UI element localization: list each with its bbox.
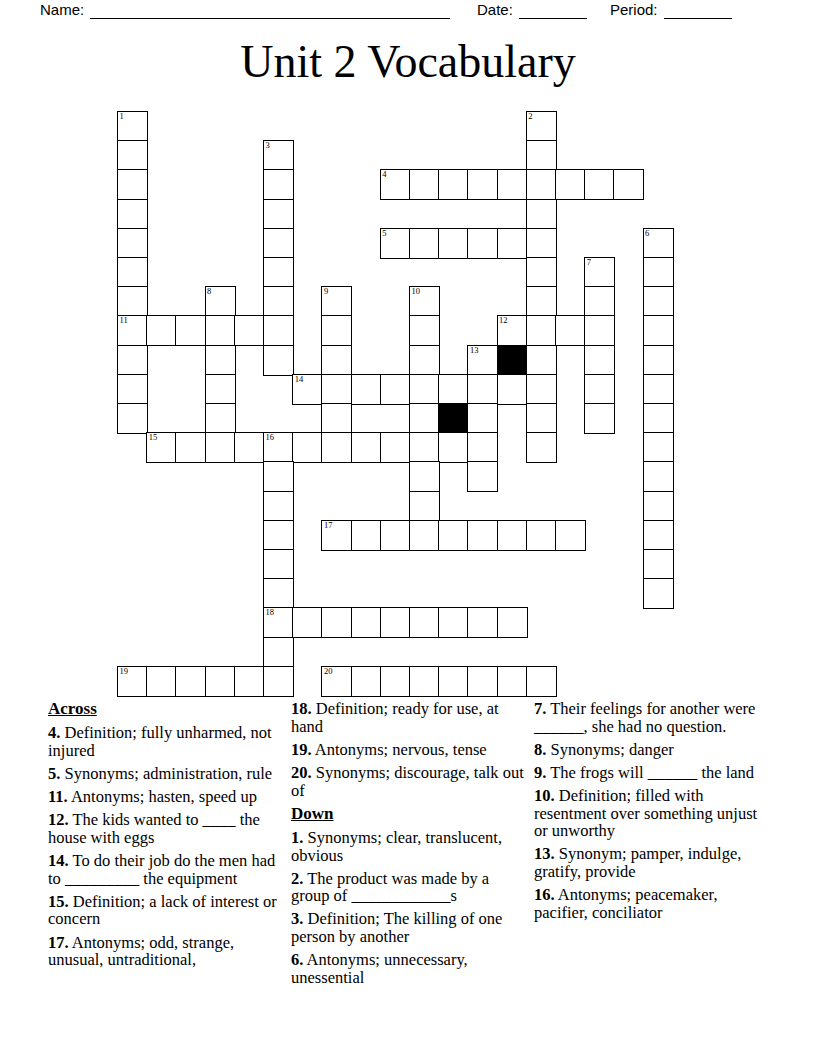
clue-number-label: 14. <box>48 851 69 870</box>
clue-number-label: 19. <box>291 740 312 759</box>
cell-r10c0[interactable] <box>117 403 148 434</box>
cell-r9c13[interactable] <box>497 374 528 405</box>
cell-r6c18[interactable] <box>643 286 674 317</box>
cell-r7c15[interactable] <box>555 315 586 346</box>
clue-number-12: 12 <box>499 316 508 326</box>
clue-number-17: 17 <box>324 521 333 531</box>
cell-r11c7[interactable] <box>321 432 352 463</box>
clue-number-8: 8 <box>207 287 211 297</box>
cell-r16c5[interactable] <box>263 578 294 609</box>
cell-r7c3[interactable] <box>205 315 236 346</box>
cell-r10c18[interactable] <box>643 403 674 434</box>
clue-12: 12. The kids wanted to ____ the house wi… <box>48 811 292 846</box>
cell-r9c16[interactable] <box>584 374 615 405</box>
cell-r15c18[interactable] <box>643 549 674 580</box>
clue-number-label: 10. <box>534 786 555 805</box>
cell-r4c13[interactable] <box>497 228 528 259</box>
cell-r9c10[interactable] <box>409 374 440 405</box>
cell-r3c0[interactable] <box>117 199 148 230</box>
clue-text: The product was made by a group of _____… <box>291 869 489 906</box>
clue-14: 14. To do their job do the men had to __… <box>48 852 292 887</box>
cell-r19c14[interactable] <box>526 666 557 697</box>
clue-number-label: 16. <box>534 885 555 904</box>
cell-r9c7[interactable] <box>321 374 352 405</box>
cell-r9c3[interactable] <box>205 374 236 405</box>
clue-text: Synonyms; discourage, talk out of <box>291 763 524 800</box>
clue-number-label: 1. <box>291 828 303 847</box>
cell-r17c10[interactable] <box>409 607 440 638</box>
clue-text: Synonym; pamper, indulge, gratify, provi… <box>534 844 741 881</box>
cell-r6c5[interactable] <box>263 286 294 317</box>
cell-r12c18[interactable] <box>643 461 674 492</box>
cell-r11c5[interactable]: 16 <box>263 432 294 463</box>
cell-r11c8[interactable] <box>351 432 382 463</box>
cell-r17c7[interactable] <box>321 607 352 638</box>
clue-number-6: 6 <box>645 229 649 239</box>
cell-r2c16[interactable] <box>584 169 615 200</box>
cell-r7c4[interactable] <box>234 315 265 346</box>
cell-r7c18[interactable] <box>643 315 674 346</box>
cell-r8c7[interactable] <box>321 345 352 376</box>
clue-text: Synonyms; administration, rule <box>60 764 272 783</box>
cell-r1c0[interactable] <box>117 140 148 171</box>
cell-r14c18[interactable] <box>643 520 674 551</box>
clue-text: Antonyms; odd, strange, unusual, untradi… <box>48 933 234 970</box>
cell-r8c18[interactable] <box>643 345 674 376</box>
cell-r10c14[interactable] <box>526 403 557 434</box>
cell-r15c5[interactable] <box>263 549 294 580</box>
cell-r6c7[interactable]: 9 <box>321 286 352 317</box>
cell-r13c18[interactable] <box>643 491 674 522</box>
cell-r18c5[interactable] <box>263 637 294 668</box>
clue-number-7: 7 <box>587 258 591 268</box>
clue-2: 2. The product was made by a group of __… <box>291 870 531 905</box>
cell-r14c12[interactable] <box>467 520 498 551</box>
crossword-grid: 1234567891011121314151617181920 <box>117 111 674 697</box>
clue-4: 4. Definition; fully unharmed, not injur… <box>48 724 292 759</box>
cell-r1c14[interactable] <box>526 140 557 171</box>
cell-r19c11[interactable] <box>438 666 469 697</box>
clue-number-10: 10 <box>412 287 421 297</box>
clue-number-2: 2 <box>528 112 532 122</box>
cell-r2c15[interactable] <box>555 169 586 200</box>
cell-r14c9[interactable] <box>380 520 411 551</box>
clue-18: 18. Definition; ready for use, at hand <box>291 700 531 735</box>
cell-r2c9[interactable]: 4 <box>380 169 411 200</box>
clue-17: 17. Antonyms; odd, strange, unusual, unt… <box>48 934 292 969</box>
date-blank-line[interactable] <box>519 3 587 19</box>
clue-number-label: 4. <box>48 723 60 742</box>
cell-r9c11[interactable] <box>438 374 469 405</box>
cell-r9c18[interactable] <box>643 374 674 405</box>
cell-r7c5[interactable] <box>263 315 294 346</box>
clue-number-label: 7. <box>534 699 546 718</box>
cell-r3c14[interactable] <box>526 199 557 230</box>
clue-text: Their feelings for another were ______, … <box>534 699 755 736</box>
cell-r2c11[interactable] <box>438 169 469 200</box>
cell-r19c1[interactable] <box>146 666 177 697</box>
cell-r14c14[interactable] <box>526 520 557 551</box>
cell-r5c18[interactable] <box>643 257 674 288</box>
clue-text: Definition; filled with resentment over … <box>534 786 757 840</box>
cell-r19c12[interactable] <box>467 666 498 697</box>
clue-number-5: 5 <box>382 229 386 239</box>
clue-number-label: 2. <box>291 869 303 888</box>
clue-number-16: 16 <box>266 433 275 443</box>
cell-r4c5[interactable] <box>263 228 294 259</box>
cell-r7c14[interactable] <box>526 315 557 346</box>
clue-column-middle: 18. Definition; ready for use, at hand19… <box>291 700 531 992</box>
cell-r11c18[interactable] <box>643 432 674 463</box>
cell-r7c7[interactable] <box>321 315 352 346</box>
cell-r11c1[interactable]: 15 <box>146 432 177 463</box>
cell-r14c13[interactable] <box>497 520 528 551</box>
clue-number-label: 13. <box>534 844 555 863</box>
clue-column-left: Across4. Definition; fully unharmed, not… <box>48 700 292 974</box>
clue-column-right: 7. Their feelings for another were _____… <box>534 700 772 927</box>
cell-r19c3[interactable] <box>205 666 236 697</box>
clue-number-label: 17. <box>48 933 69 952</box>
date-label: Date: <box>477 1 513 18</box>
clue-number-3: 3 <box>266 141 270 151</box>
cell-r19c2[interactable] <box>175 666 206 697</box>
clue-number-label: 5. <box>48 764 60 783</box>
clue-text: Antonyms; peacemaker, pacifier, concilia… <box>534 885 718 922</box>
cell-r2c5[interactable] <box>263 169 294 200</box>
clue-5: 5. Synonyms; administration, rule <box>48 765 292 783</box>
clue-number-label: 6. <box>291 950 303 969</box>
cell-r6c14[interactable] <box>526 286 557 317</box>
cell-r10c7[interactable] <box>321 403 352 434</box>
cell-r7c1[interactable] <box>146 315 177 346</box>
cell-r14c8[interactable] <box>351 520 382 551</box>
cell-r7c10[interactable] <box>409 315 440 346</box>
cell-r14c11[interactable] <box>438 520 469 551</box>
clue-number-20: 20 <box>324 667 333 677</box>
clue-9: 9. The frogs will ______ the land <box>534 764 772 782</box>
clue-number-15: 15 <box>149 433 158 443</box>
cell-r2c12[interactable] <box>467 169 498 200</box>
cell-r8c3[interactable] <box>205 345 236 376</box>
cell-r12c10[interactable] <box>409 461 440 492</box>
cell-r11c14[interactable] <box>526 432 557 463</box>
cell-r5c14[interactable] <box>526 257 557 288</box>
clue-8: 8. Synonyms; danger <box>534 741 772 759</box>
clue-text: To do their job do the men had to ______… <box>48 851 275 888</box>
clue-number-13: 13 <box>470 346 479 356</box>
cell-r11c12[interactable] <box>467 432 498 463</box>
clue-text: The kids wanted to ____ the house with e… <box>48 810 260 847</box>
clue-19: 19. Antonyms; nervous, tense <box>291 741 531 759</box>
clue-20: 20. Synonyms; discourage, talk out of <box>291 764 531 799</box>
cell-r9c12[interactable] <box>467 374 498 405</box>
cell-r2c17[interactable] <box>613 169 644 200</box>
clue-text: Definition; a lack of interest or concer… <box>48 892 277 929</box>
cell-r1c5[interactable]: 3 <box>263 140 294 171</box>
cell-r19c0[interactable]: 19 <box>117 666 148 697</box>
clues-heading-across: Across <box>48 700 292 718</box>
period-blank-line[interactable] <box>664 3 732 19</box>
cell-r10c3[interactable] <box>205 403 236 434</box>
cell-r4c10[interactable] <box>409 228 440 259</box>
cell-r7c0[interactable]: 11 <box>117 315 148 346</box>
cell-r19c10[interactable] <box>409 666 440 697</box>
clue-15: 15. Definition; a lack of interest or co… <box>48 893 292 928</box>
clue-10: 10. Definition; filled with resentment o… <box>534 787 772 840</box>
cell-r17c8[interactable] <box>351 607 382 638</box>
cell-r5c16[interactable]: 7 <box>584 257 615 288</box>
page-title: Unit 2 Vocabulary <box>0 38 816 86</box>
cell-r8c5[interactable] <box>263 345 294 376</box>
clue-number-18: 18 <box>266 608 275 618</box>
cell-r12c12[interactable] <box>467 461 498 492</box>
name-blank-line[interactable] <box>90 3 450 19</box>
clue-number-9: 9 <box>324 287 328 297</box>
cell-r17c11[interactable] <box>438 607 469 638</box>
clue-number-4: 4 <box>382 170 386 180</box>
cell-r11c4[interactable] <box>234 432 265 463</box>
cell-r7c2[interactable] <box>175 315 206 346</box>
clue-13: 13. Synonym; pamper, indulge, gratify, p… <box>534 845 772 880</box>
cell-r5c5[interactable] <box>263 257 294 288</box>
cell-r10c10[interactable] <box>409 403 440 434</box>
cell-r17c6[interactable] <box>292 607 323 638</box>
clue-number-label: 8. <box>534 740 546 759</box>
period-field: Period: <box>610 1 732 19</box>
clue-number-label: 18. <box>291 699 312 718</box>
cell-r9c8[interactable] <box>351 374 382 405</box>
cell-r19c9[interactable] <box>380 666 411 697</box>
cell-r13c5[interactable] <box>263 491 294 522</box>
clue-11: 11. Antonyms; hasten, speed up <box>48 788 292 806</box>
cell-r17c9[interactable] <box>380 607 411 638</box>
cell-r11c10[interactable] <box>409 432 440 463</box>
cell-r6c10[interactable]: 10 <box>409 286 440 317</box>
cell-r19c5[interactable] <box>263 666 294 697</box>
cell-r11c3[interactable] <box>205 432 236 463</box>
cell-r11c2[interactable] <box>175 432 206 463</box>
clue-number-label: 3. <box>291 909 303 928</box>
name-label: Name: <box>40 1 84 18</box>
clue-text: Synonyms; danger <box>546 740 673 759</box>
cell-r12c5[interactable] <box>263 461 294 492</box>
cell-r10c16[interactable] <box>584 403 615 434</box>
clue-number-1: 1 <box>120 112 124 122</box>
clue-text: Antonyms; nervous, tense <box>312 740 487 759</box>
cell-r19c13[interactable] <box>497 666 528 697</box>
cell-r7c16[interactable] <box>584 315 615 346</box>
cell-r13c10[interactable] <box>409 491 440 522</box>
clue-1: 1. Synonyms; clear, translucent, obvious <box>291 829 531 864</box>
cell-r9c9[interactable] <box>380 374 411 405</box>
cell-r4c12[interactable] <box>467 228 498 259</box>
cell-r4c14[interactable] <box>526 228 557 259</box>
cell-r8c14[interactable] <box>526 345 557 376</box>
cell-r19c7[interactable]: 20 <box>321 666 352 697</box>
clue-number-label: 20. <box>291 763 312 782</box>
cell-r0c14[interactable]: 2 <box>526 111 557 142</box>
clue-6: 6. Antonyms; unnecessary, unessential <box>291 951 531 986</box>
cell-r6c16[interactable] <box>584 286 615 317</box>
clue-number-19: 19 <box>120 667 129 677</box>
cell-r8c0[interactable] <box>117 345 148 376</box>
clue-text: Antonyms; unnecessary, unessential <box>291 950 468 987</box>
clue-text: The frogs will ______ the land <box>546 763 754 782</box>
clue-number-11: 11 <box>120 316 128 326</box>
cell-r3c5[interactable] <box>263 199 294 230</box>
cell-r2c13[interactable] <box>497 169 528 200</box>
clues-heading-down: Down <box>291 805 531 823</box>
cell-r14c5[interactable] <box>263 520 294 551</box>
cell-r10c12[interactable] <box>467 403 498 434</box>
cell-r9c0[interactable] <box>117 374 148 405</box>
clue-number-14: 14 <box>295 375 304 385</box>
clue-7: 7. Their feelings for another were _____… <box>534 700 772 735</box>
clue-text: Definition; fully unharmed, not injured <box>48 723 272 760</box>
clue-number-label: 15. <box>48 892 69 911</box>
cell-r0c0[interactable]: 1 <box>117 111 148 142</box>
cell-r2c0[interactable] <box>117 169 148 200</box>
cell-r11c9[interactable] <box>380 432 411 463</box>
cell-r19c4[interactable] <box>234 666 265 697</box>
clue-3: 3. Definition; The killing of one person… <box>291 910 531 945</box>
cell-r4c0[interactable] <box>117 228 148 259</box>
cell-r2c14[interactable] <box>526 169 557 200</box>
cell-r11c11[interactable] <box>438 432 469 463</box>
cell-r4c9[interactable]: 5 <box>380 228 411 259</box>
cell-r6c3[interactable]: 8 <box>205 286 236 317</box>
clue-text: Antonyms; hasten, speed up <box>68 787 257 806</box>
name-field: Name: <box>40 1 450 19</box>
date-field: Date: <box>477 1 587 19</box>
clue-number-label: 9. <box>534 763 546 782</box>
cell-r8c16[interactable] <box>584 345 615 376</box>
period-label: Period: <box>610 1 658 18</box>
black-cell-r10c11 <box>438 403 469 434</box>
cell-r14c15[interactable] <box>555 520 586 551</box>
cell-r7c13[interactable]: 12 <box>497 315 528 346</box>
clue-text: Synonyms; clear, translucent, obvious <box>291 828 502 865</box>
clue-number-label: 11. <box>48 787 68 806</box>
cell-r17c5[interactable]: 18 <box>263 607 294 638</box>
cell-r4c18[interactable]: 6 <box>643 228 674 259</box>
cell-r9c6[interactable]: 14 <box>292 374 323 405</box>
black-cell-r8c13 <box>497 345 528 376</box>
cell-r8c12[interactable]: 13 <box>467 345 498 376</box>
cell-r19c8[interactable] <box>351 666 382 697</box>
cell-r2c10[interactable] <box>409 169 440 200</box>
cell-r14c7[interactable]: 17 <box>321 520 352 551</box>
clue-text: Definition; ready for use, at hand <box>291 699 499 736</box>
cell-r6c0[interactable] <box>117 286 148 317</box>
clue-text: Definition; The killing of one person by… <box>291 909 502 946</box>
clue-number-label: 12. <box>48 810 69 829</box>
cell-r4c11[interactable] <box>438 228 469 259</box>
cell-r16c18[interactable] <box>643 578 674 609</box>
clue-16: 16. Antonyms; peacemaker, pacifier, conc… <box>534 886 772 921</box>
cell-r14c10[interactable] <box>409 520 440 551</box>
cell-r8c10[interactable] <box>409 345 440 376</box>
cell-r9c14[interactable] <box>526 374 557 405</box>
cell-r5c0[interactable] <box>117 257 148 288</box>
cell-r17c12[interactable] <box>467 607 498 638</box>
cell-r11c6[interactable] <box>292 432 323 463</box>
cell-r17c13[interactable] <box>497 607 528 638</box>
